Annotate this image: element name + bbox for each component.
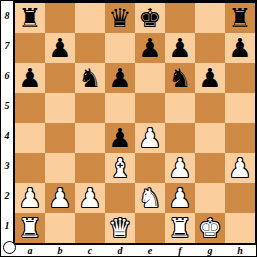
square-b7[interactable]: ♟ — [45, 33, 75, 63]
file-label-e: e — [135, 244, 165, 257]
rank-label-5: 5 — [1, 93, 13, 123]
piece-white-pawn[interactable]: ♟ — [228, 153, 251, 183]
piece-black-pawn[interactable]: ♟ — [48, 33, 71, 63]
square-b6[interactable] — [45, 63, 75, 93]
white-to-move-indicator — [3, 241, 16, 254]
square-f8[interactable] — [165, 3, 195, 33]
piece-black-pawn[interactable]: ♟ — [18, 63, 41, 93]
rank-label-8: 8 — [1, 3, 13, 33]
piece-white-bishop[interactable]: ♝ — [108, 153, 131, 183]
square-h2[interactable] — [225, 183, 255, 213]
piece-black-king[interactable]: ♚ — [138, 3, 161, 33]
square-f7[interactable]: ♟ — [165, 33, 195, 63]
piece-white-pawn[interactable]: ♟ — [168, 183, 191, 213]
square-a3[interactable] — [15, 153, 45, 183]
piece-black-rook[interactable]: ♜ — [18, 3, 41, 33]
piece-white-rook[interactable]: ♜ — [168, 213, 191, 243]
square-d5[interactable] — [105, 93, 135, 123]
square-a5[interactable] — [15, 93, 45, 123]
square-d4[interactable]: ♟ — [105, 123, 135, 153]
square-g6[interactable]: ♟ — [195, 63, 225, 93]
square-e1[interactable] — [135, 213, 165, 243]
square-g8[interactable] — [195, 3, 225, 33]
board-frame: ♜♛♚♜♟♟♟♟♟♞♟♞♟♟♟♝♟♟♟♟♟♞♟♜♛♜♚ — [13, 1, 257, 245]
square-a7[interactable] — [15, 33, 45, 63]
file-label-b: b — [45, 244, 75, 257]
square-e4[interactable]: ♟ — [135, 123, 165, 153]
square-a6[interactable]: ♟ — [15, 63, 45, 93]
square-d3[interactable]: ♝ — [105, 153, 135, 183]
square-g4[interactable] — [195, 123, 225, 153]
square-g7[interactable] — [195, 33, 225, 63]
file-label-f: f — [165, 244, 195, 257]
square-c8[interactable] — [75, 3, 105, 33]
piece-black-pawn[interactable]: ♟ — [108, 63, 131, 93]
square-e7[interactable]: ♟ — [135, 33, 165, 63]
piece-white-pawn[interactable]: ♟ — [138, 123, 161, 153]
square-h4[interactable] — [225, 123, 255, 153]
piece-white-rook[interactable]: ♜ — [18, 213, 41, 243]
file-label-a: a — [15, 244, 45, 257]
square-f1[interactable]: ♜ — [165, 213, 195, 243]
square-h5[interactable] — [225, 93, 255, 123]
rank-label-4: 4 — [1, 123, 13, 153]
square-e5[interactable] — [135, 93, 165, 123]
rank-label-2: 2 — [1, 183, 13, 213]
piece-black-pawn[interactable]: ♟ — [138, 33, 161, 63]
piece-black-rook[interactable]: ♜ — [228, 3, 251, 33]
square-h6[interactable] — [225, 63, 255, 93]
file-label-c: c — [75, 244, 105, 257]
square-c2[interactable]: ♟ — [75, 183, 105, 213]
square-f2[interactable]: ♟ — [165, 183, 195, 213]
piece-black-pawn[interactable]: ♟ — [168, 33, 191, 63]
file-label-g: g — [195, 244, 225, 257]
piece-black-pawn[interactable]: ♟ — [108, 123, 131, 153]
square-g1[interactable]: ♚ — [195, 213, 225, 243]
file-label-d: d — [105, 244, 135, 257]
square-g5[interactable] — [195, 93, 225, 123]
rank-label-6: 6 — [1, 63, 13, 93]
square-g2[interactable] — [195, 183, 225, 213]
piece-black-pawn[interactable]: ♟ — [228, 33, 251, 63]
square-h8[interactable]: ♜ — [225, 3, 255, 33]
rank-labels: 87654321 — [1, 3, 13, 243]
piece-black-knight[interactable]: ♞ — [78, 63, 101, 93]
piece-white-pawn[interactable]: ♟ — [18, 183, 41, 213]
square-e3[interactable] — [135, 153, 165, 183]
square-a4[interactable] — [15, 123, 45, 153]
piece-white-pawn[interactable]: ♟ — [48, 183, 71, 213]
square-e2[interactable]: ♞ — [135, 183, 165, 213]
square-h1[interactable] — [225, 213, 255, 243]
square-e6[interactable] — [135, 63, 165, 93]
square-c6[interactable]: ♞ — [75, 63, 105, 93]
square-f4[interactable] — [165, 123, 195, 153]
piece-white-pawn[interactable]: ♟ — [168, 153, 191, 183]
square-e8[interactable]: ♚ — [135, 3, 165, 33]
piece-black-pawn[interactable]: ♟ — [198, 63, 221, 93]
rank-label-1: 1 — [1, 213, 13, 243]
file-labels: abcdefgh — [15, 244, 255, 257]
square-d6[interactable]: ♟ — [105, 63, 135, 93]
piece-black-queen[interactable]: ♛ — [108, 3, 131, 33]
square-a2[interactable]: ♟ — [15, 183, 45, 213]
piece-white-knight[interactable]: ♞ — [138, 183, 161, 213]
square-h3[interactable]: ♟ — [225, 153, 255, 183]
square-b1[interactable] — [45, 213, 75, 243]
square-h7[interactable]: ♟ — [225, 33, 255, 63]
square-b8[interactable] — [45, 3, 75, 33]
rank-label-3: 3 — [1, 153, 13, 183]
square-a8[interactable]: ♜ — [15, 3, 45, 33]
square-d8[interactable]: ♛ — [105, 3, 135, 33]
square-g3[interactable] — [195, 153, 225, 183]
chess-board-widget: 87654321 ♜♛♚♜♟♟♟♟♟♞♟♞♟♟♟♝♟♟♟♟♟♞♟♜♛♜♚ abc… — [0, 0, 257, 257]
square-c5[interactable] — [75, 93, 105, 123]
square-f3[interactable]: ♟ — [165, 153, 195, 183]
rank-label-7: 7 — [1, 33, 13, 63]
square-b3[interactable] — [45, 153, 75, 183]
piece-white-king[interactable]: ♚ — [198, 213, 221, 243]
square-d2[interactable] — [105, 183, 135, 213]
square-c4[interactable] — [75, 123, 105, 153]
square-d7[interactable] — [105, 33, 135, 63]
square-f5[interactable] — [165, 93, 195, 123]
square-c1[interactable] — [75, 213, 105, 243]
square-b4[interactable] — [45, 123, 75, 153]
square-c7[interactable] — [75, 33, 105, 63]
chess-board[interactable]: ♜♛♚♜♟♟♟♟♟♞♟♞♟♟♟♝♟♟♟♟♟♞♟♜♛♜♚ — [15, 3, 255, 243]
square-f6[interactable]: ♞ — [165, 63, 195, 93]
square-b2[interactable]: ♟ — [45, 183, 75, 213]
square-a1[interactable]: ♜ — [15, 213, 45, 243]
square-c3[interactable] — [75, 153, 105, 183]
piece-white-queen[interactable]: ♛ — [108, 213, 131, 243]
piece-white-pawn[interactable]: ♟ — [78, 183, 101, 213]
square-b5[interactable] — [45, 93, 75, 123]
file-label-h: h — [225, 244, 255, 257]
piece-black-knight[interactable]: ♞ — [168, 63, 191, 93]
square-d1[interactable]: ♛ — [105, 213, 135, 243]
